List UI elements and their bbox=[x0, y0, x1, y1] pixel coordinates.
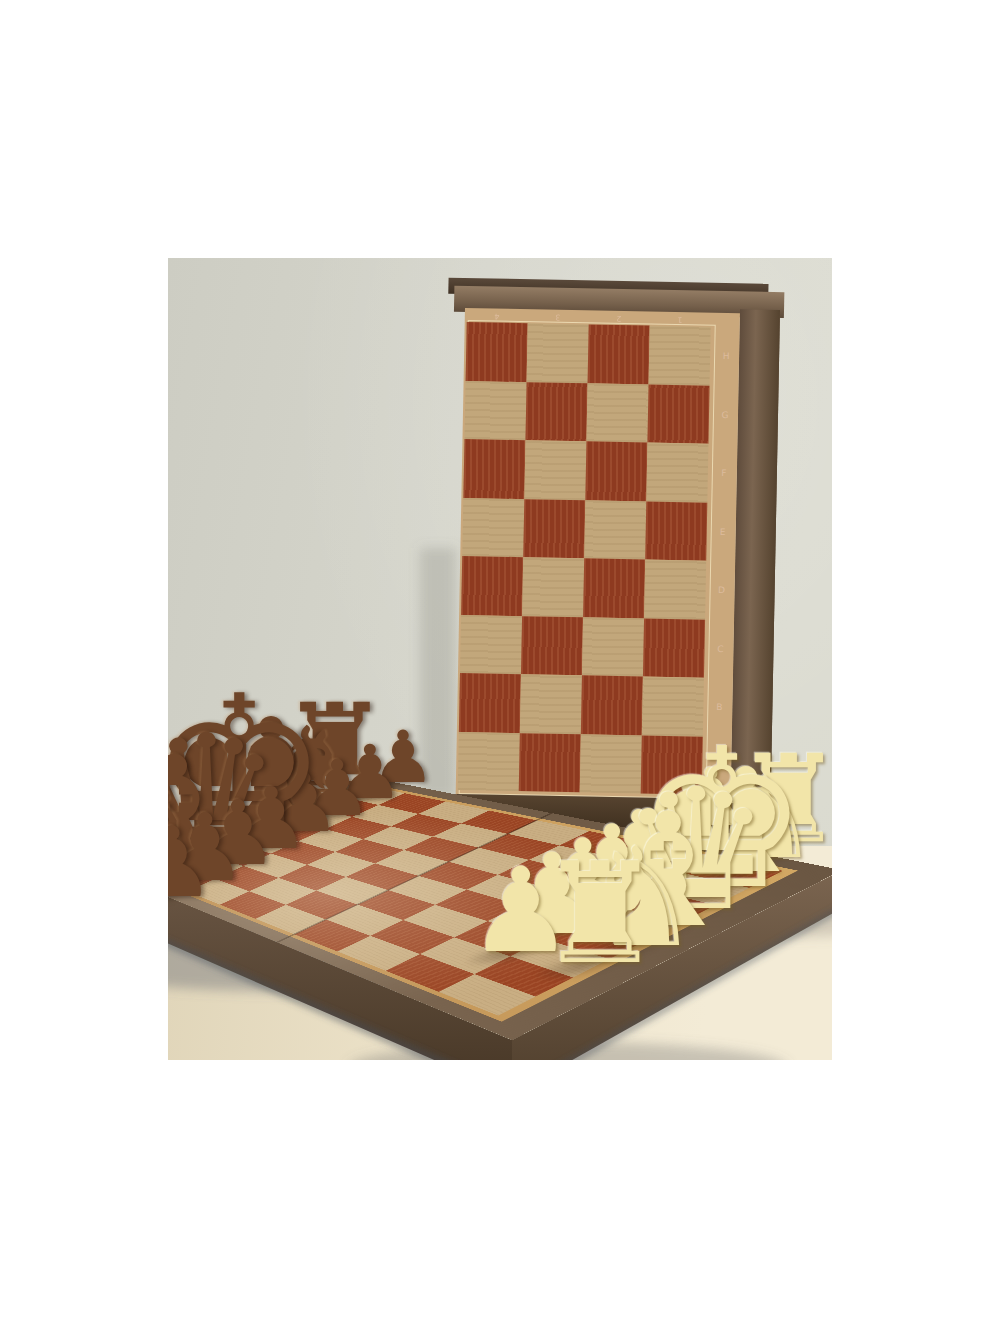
upright-square-r5c4 bbox=[644, 560, 706, 620]
upright-square-r2c4 bbox=[647, 384, 709, 444]
upright-square-r3c1 bbox=[463, 439, 525, 499]
upright-square-r3c3 bbox=[585, 441, 647, 501]
upright-square-r7c1 bbox=[459, 673, 521, 733]
upright-square-r1c1 bbox=[466, 322, 528, 382]
upright-square-r4c3 bbox=[584, 500, 646, 560]
upright-square-r2c1 bbox=[464, 381, 526, 441]
product-photo: HGFEDCBA4321 ♜♞♝♛♚♝♞♜♟♟♟♟♟♟♟♟♜♞♝♛♚♝♞♜♟♟♟… bbox=[168, 258, 832, 1060]
rank-label-2: 2 bbox=[613, 314, 625, 323]
piece-white-rook-a1: ♜ bbox=[537, 844, 662, 984]
file-label-F: F bbox=[717, 468, 731, 478]
file-label-G: G bbox=[718, 409, 732, 419]
upright-square-r8c2 bbox=[519, 733, 581, 793]
upright-square-r8c1 bbox=[458, 731, 520, 791]
upright-square-r1c4 bbox=[649, 326, 711, 386]
upright-square-r3c2 bbox=[524, 440, 586, 500]
upright-square-r6c2 bbox=[521, 616, 583, 676]
file-label-C: C bbox=[713, 643, 727, 653]
upright-square-r2c2 bbox=[525, 382, 587, 442]
rank-label-4: 4 bbox=[491, 311, 503, 320]
upright-square-r4c4 bbox=[645, 501, 707, 561]
upright-square-r3c4 bbox=[646, 443, 708, 503]
file-label-D: D bbox=[715, 585, 729, 595]
upright-square-r7c3 bbox=[581, 675, 643, 735]
file-label-E: E bbox=[716, 526, 730, 536]
upright-square-r5c1 bbox=[461, 556, 523, 616]
upright-square-r5c2 bbox=[522, 557, 584, 617]
rank-label-3: 3 bbox=[552, 313, 564, 322]
upright-square-r6c4 bbox=[643, 618, 705, 678]
upright-square-r6c3 bbox=[582, 617, 644, 677]
upright-square-r1c2 bbox=[527, 323, 589, 383]
upright-square-r1c3 bbox=[588, 324, 650, 384]
rank-label-1: 1 bbox=[674, 315, 686, 324]
piece-black-rook-a8: ♜ bbox=[168, 780, 176, 926]
upright-square-r4c2 bbox=[523, 499, 585, 559]
upright-square-r4c1 bbox=[462, 498, 524, 558]
upright-square-r5c3 bbox=[583, 558, 645, 618]
upright-square-r6c1 bbox=[460, 614, 522, 674]
upright-square-r2c3 bbox=[586, 383, 648, 443]
upright-square-r7c2 bbox=[520, 674, 582, 734]
page: HGFEDCBA4321 ♜♞♝♛♚♝♞♜♟♟♟♟♟♟♟♟♜♞♝♛♚♝♞♜♟♟♟… bbox=[0, 0, 1000, 1320]
file-label-H: H bbox=[719, 351, 733, 361]
